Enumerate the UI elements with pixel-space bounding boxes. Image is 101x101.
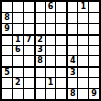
empty-cell-r1c7[interactable]	[67, 2, 77, 12]
given-cell-r4c2: 1	[13, 35, 23, 45]
given-cell-r6c7: 4	[67, 56, 77, 66]
empty-cell-r8c3[interactable]	[24, 78, 34, 88]
empty-cell-r6c8[interactable]	[78, 56, 88, 66]
empty-cell-r9c1[interactable]	[2, 89, 12, 99]
empty-cell-r8c7[interactable]	[67, 78, 77, 88]
empty-cell-r2c9[interactable]	[89, 13, 99, 23]
sudoku-board: 61891726384532189	[0, 0, 101, 101]
empty-cell-r9c8[interactable]	[78, 89, 88, 99]
empty-cell-r2c7[interactable]	[67, 13, 77, 23]
given-cell-r5c4: 3	[35, 46, 45, 56]
digit: 4	[70, 57, 76, 65]
empty-cell-r2c3[interactable]	[24, 13, 34, 23]
given-cell-r6c4: 8	[35, 56, 45, 66]
empty-cell-r7c3[interactable]	[24, 67, 34, 77]
empty-cell-r3c7[interactable]	[67, 24, 77, 34]
given-cell-r8c5: 1	[46, 78, 56, 88]
empty-cell-r1c2[interactable]	[13, 2, 23, 12]
digit: 8	[4, 14, 10, 22]
empty-cell-r9c6[interactable]	[56, 89, 66, 99]
given-cell-r9c9: 9	[89, 89, 99, 99]
empty-cell-r9c3[interactable]	[24, 89, 34, 99]
empty-cell-r1c6[interactable]	[56, 2, 66, 12]
digit: 7	[26, 36, 32, 44]
empty-cell-r6c2[interactable]	[13, 56, 23, 66]
empty-cell-r5c7[interactable]	[67, 46, 77, 56]
empty-cell-r2c5[interactable]	[46, 13, 56, 23]
empty-cell-r6c6[interactable]	[56, 56, 66, 66]
empty-cell-r9c2[interactable]	[13, 89, 23, 99]
given-cell-r4c4: 2	[35, 35, 45, 45]
empty-cell-r7c4[interactable]	[35, 67, 45, 77]
empty-cell-r2c6[interactable]	[56, 13, 66, 23]
empty-cell-r7c2[interactable]	[13, 67, 23, 77]
empty-cell-r8c8[interactable]	[78, 78, 88, 88]
empty-cell-r5c3[interactable]	[24, 46, 34, 56]
empty-cell-r1c1[interactable]	[2, 2, 12, 12]
empty-cell-r6c1[interactable]	[2, 56, 12, 66]
digit: 3	[37, 46, 43, 54]
digit: 5	[4, 69, 10, 77]
digit: 8	[70, 90, 76, 98]
digit: 1	[80, 3, 86, 11]
empty-cell-r4c6[interactable]	[56, 35, 66, 45]
empty-cell-r4c7[interactable]	[67, 35, 77, 45]
digit: 6	[15, 46, 21, 54]
given-cell-r1c5: 6	[46, 2, 56, 12]
empty-cell-r8c1[interactable]	[2, 78, 12, 88]
digit: 1	[48, 79, 54, 87]
empty-cell-r3c3[interactable]	[24, 24, 34, 34]
given-cell-r5c2: 6	[13, 46, 23, 56]
empty-cell-r6c3[interactable]	[24, 56, 34, 66]
empty-cell-r9c4[interactable]	[35, 89, 45, 99]
empty-cell-r8c9[interactable]	[89, 78, 99, 88]
empty-cell-r3c8[interactable]	[78, 24, 88, 34]
empty-cell-r6c9[interactable]	[89, 56, 99, 66]
empty-cell-r4c9[interactable]	[89, 35, 99, 45]
empty-cell-r2c2[interactable]	[13, 13, 23, 23]
empty-cell-r5c6[interactable]	[56, 46, 66, 56]
digit: 1	[15, 36, 21, 44]
empty-cell-r5c5[interactable]	[46, 46, 56, 56]
digit: 9	[91, 90, 97, 98]
empty-cell-r1c3[interactable]	[24, 2, 34, 12]
given-cell-r2c1: 8	[2, 13, 12, 23]
empty-cell-r2c8[interactable]	[78, 13, 88, 23]
given-cell-r7c7: 3	[67, 67, 77, 77]
empty-cell-r5c8[interactable]	[78, 46, 88, 56]
empty-cell-r1c9[interactable]	[89, 2, 99, 12]
empty-cell-r5c9[interactable]	[89, 46, 99, 56]
digit: 6	[48, 3, 54, 11]
sudoku-app: 61891726384532189	[0, 0, 101, 101]
empty-cell-r3c5[interactable]	[46, 24, 56, 34]
empty-cell-r9c5[interactable]	[46, 89, 56, 99]
digit: 3	[70, 69, 76, 77]
empty-cell-r8c6[interactable]	[56, 78, 66, 88]
given-cell-r1c8: 1	[78, 2, 88, 12]
given-cell-r8c2: 2	[13, 78, 23, 88]
empty-cell-r4c5[interactable]	[46, 35, 56, 45]
empty-cell-r3c6[interactable]	[56, 24, 66, 34]
empty-cell-r3c2[interactable]	[13, 24, 23, 34]
empty-cell-r4c8[interactable]	[78, 35, 88, 45]
given-cell-r4c3: 7	[24, 35, 34, 45]
given-cell-r3c1: 9	[2, 24, 12, 34]
empty-cell-r7c9[interactable]	[89, 67, 99, 77]
empty-cell-r5c1[interactable]	[2, 46, 12, 56]
empty-cell-r7c6[interactable]	[56, 67, 66, 77]
empty-cell-r1c4[interactable]	[35, 2, 45, 12]
empty-cell-r4c1[interactable]	[2, 35, 12, 45]
empty-cell-r3c4[interactable]	[35, 24, 45, 34]
digit: 8	[37, 57, 43, 65]
given-cell-r7c1: 5	[2, 67, 12, 77]
empty-cell-r8c4[interactable]	[35, 78, 45, 88]
empty-cell-r2c4[interactable]	[35, 13, 45, 23]
empty-cell-r6c5[interactable]	[46, 56, 56, 66]
digit: 9	[4, 25, 10, 33]
given-cell-r9c7: 8	[67, 89, 77, 99]
empty-cell-r7c8[interactable]	[78, 67, 88, 77]
empty-cell-r7c5[interactable]	[46, 67, 56, 77]
digit: 2	[15, 79, 21, 87]
empty-cell-r3c9[interactable]	[89, 24, 99, 34]
digit: 2	[37, 36, 43, 44]
